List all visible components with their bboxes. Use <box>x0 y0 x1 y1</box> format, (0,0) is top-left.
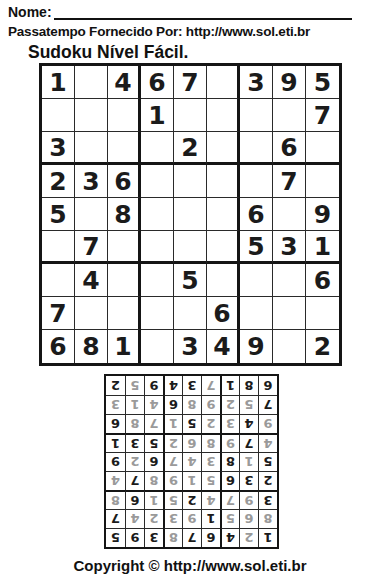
cell-r7c7[interactable] <box>240 264 273 297</box>
cell-r2c8[interactable] <box>273 99 306 132</box>
cell-r8c4[interactable] <box>141 297 174 330</box>
cell-r5c3: 8 <box>108 198 141 231</box>
cell-r5c5[interactable] <box>174 198 207 231</box>
cell-r6c8: 3 <box>273 231 306 264</box>
cell-r8c3[interactable] <box>108 297 141 330</box>
solution-cell-r7c2: 4 <box>239 414 258 433</box>
cell-r5c9: 9 <box>306 198 339 231</box>
cell-r2c4: 1 <box>141 99 174 132</box>
solution-cell-r6c2: 7 <box>239 433 258 452</box>
solution-cell-r8c6: 6 <box>163 395 182 414</box>
solution-cell-r9c2: 8 <box>239 376 258 395</box>
solution-cell-r3c1: 3 <box>258 490 277 509</box>
solution-cell-r3c6: 5 <box>163 490 182 509</box>
cell-r6c7: 5 <box>240 231 273 264</box>
cell-r5c1: 5 <box>42 198 75 231</box>
solution-cell-r7c1: 9 <box>258 414 277 433</box>
cell-r8c6: 6 <box>207 297 240 330</box>
solution-cell-r9c9: 2 <box>106 376 125 395</box>
cell-r5c2[interactable] <box>75 198 108 231</box>
cell-r5c8[interactable] <box>273 198 306 231</box>
cell-r8c5[interactable] <box>174 297 207 330</box>
cell-r9c3: 1 <box>108 330 141 363</box>
solution-cell-r4c5: 1 <box>182 471 201 490</box>
cell-r2c6[interactable] <box>207 99 240 132</box>
cell-r2c3[interactable] <box>108 99 141 132</box>
solution-cell-r4c9: 4 <box>106 471 125 490</box>
cell-r8c2[interactable] <box>75 297 108 330</box>
cell-r5c6[interactable] <box>207 198 240 231</box>
solution-cell-r3c5: 2 <box>182 490 201 509</box>
cell-r1c1: 1 <box>42 66 75 99</box>
cell-r7c3[interactable] <box>108 264 141 297</box>
cell-r6c9: 1 <box>306 231 339 264</box>
solution-cell-r2c1: 8 <box>258 509 277 528</box>
name-label: Nome: <box>8 4 52 20</box>
solution-cell-r6c1: 4 <box>258 433 277 452</box>
solution-cell-r4c6: 9 <box>163 471 182 490</box>
cell-r3c2[interactable] <box>75 132 108 165</box>
solution-cell-r1c6: 8 <box>163 528 182 547</box>
cell-r4c5[interactable] <box>174 165 207 198</box>
solution-cell-r8c7: 4 <box>144 395 163 414</box>
solution-cell-r8c4: 9 <box>201 395 220 414</box>
solution-cell-r4c1: 2 <box>258 471 277 490</box>
solution-cell-r6c8: 3 <box>125 433 144 452</box>
cell-r1c6[interactable] <box>207 66 240 99</box>
solution-cell-r5c7: 6 <box>144 452 163 471</box>
solution-cell-r3c7: 1 <box>144 490 163 509</box>
solution-cell-r2c4: 1 <box>201 509 220 528</box>
cell-r1c8: 9 <box>273 66 306 99</box>
solution-cell-r8c1: 7 <box>258 395 277 414</box>
page-title: Sudoku Nível Fácil. <box>28 42 188 63</box>
cell-r2c1[interactable] <box>42 99 75 132</box>
solution-cell-r2c3: 5 <box>220 509 239 528</box>
cell-r3c5: 2 <box>174 132 207 165</box>
cell-r2c9: 7 <box>306 99 339 132</box>
solution-cell-r2c6: 3 <box>163 509 182 528</box>
cell-r7c4[interactable] <box>141 264 174 297</box>
cell-r6c5[interactable] <box>174 231 207 264</box>
cell-r1c5: 7 <box>174 66 207 99</box>
solution-cell-r7c4: 2 <box>201 414 220 433</box>
solution-cell-r9c8: 5 <box>125 376 144 395</box>
cell-r1c3: 4 <box>108 66 141 99</box>
cell-r9c6: 4 <box>207 330 240 363</box>
solution-cell-r7c9: 6 <box>106 414 125 433</box>
solution-cell-r4c7: 8 <box>144 471 163 490</box>
solution-cell-r8c9: 3 <box>106 395 125 414</box>
solution-cell-r7c6: 1 <box>163 414 182 433</box>
main-sudoku-grid: 146739517326236758697531456766813492 <box>39 63 342 366</box>
solution-grid-rotated: 1246783958651932473974251682365198745183… <box>104 374 279 549</box>
solution-cell-r6c7: 5 <box>144 433 163 452</box>
solution-cell-r4c3: 6 <box>220 471 239 490</box>
cell-r4c3: 6 <box>108 165 141 198</box>
cell-r9c2: 8 <box>75 330 108 363</box>
cell-r7c5: 5 <box>174 264 207 297</box>
solution-cell-r1c3: 4 <box>220 528 239 547</box>
solution-cell-r1c2: 2 <box>239 528 258 547</box>
cell-r9c5: 3 <box>174 330 207 363</box>
solution-cell-r4c2: 3 <box>239 471 258 490</box>
cell-r6c1[interactable] <box>42 231 75 264</box>
cell-r1c2[interactable] <box>75 66 108 99</box>
cell-r3c1: 3 <box>42 132 75 165</box>
cell-r8c9[interactable] <box>306 297 339 330</box>
cell-r6c2: 7 <box>75 231 108 264</box>
solution-cell-r8c2: 5 <box>239 395 258 414</box>
solution-cell-r3c8: 6 <box>125 490 144 509</box>
solution-cell-r5c6: 7 <box>163 452 182 471</box>
solution-cell-r1c7: 3 <box>144 528 163 547</box>
solution-cell-r4c8: 7 <box>125 471 144 490</box>
solution-cell-r3c3: 7 <box>220 490 239 509</box>
cell-r4c2: 3 <box>75 165 108 198</box>
cell-r6c3[interactable] <box>108 231 141 264</box>
solution-cell-r5c4: 3 <box>201 452 220 471</box>
cell-r3c6[interactable] <box>207 132 240 165</box>
cell-r9c4[interactable] <box>141 330 174 363</box>
cell-r9c7: 9 <box>240 330 273 363</box>
solution-cell-r9c5: 3 <box>182 376 201 395</box>
solution-cell-r2c2: 6 <box>239 509 258 528</box>
cell-r7c9: 6 <box>306 264 339 297</box>
solution-cell-r9c6: 4 <box>163 376 182 395</box>
solution-cell-r7c3: 3 <box>220 414 239 433</box>
cell-r8c1: 7 <box>42 297 75 330</box>
solution-cell-r2c7: 2 <box>144 509 163 528</box>
cell-r3c4[interactable] <box>141 132 174 165</box>
cell-r4c1: 2 <box>42 165 75 198</box>
cell-r7c6[interactable] <box>207 264 240 297</box>
cell-r9c9: 2 <box>306 330 339 363</box>
solution-cell-r6c5: 6 <box>182 433 201 452</box>
solution-cell-r7c8: 8 <box>125 414 144 433</box>
solution-cell-r8c8: 1 <box>125 395 144 414</box>
solution-cell-r5c1: 5 <box>258 452 277 471</box>
solution-cell-r5c8: 2 <box>125 452 144 471</box>
cell-r4c4[interactable] <box>141 165 174 198</box>
solution-cell-r1c1: 1 <box>258 528 277 547</box>
solution-cell-r6c4: 8 <box>201 433 220 452</box>
cell-r3c3[interactable] <box>108 132 141 165</box>
solution-cell-r5c2: 1 <box>239 452 258 471</box>
solution-cell-r7c7: 7 <box>144 414 163 433</box>
cell-r4c7[interactable] <box>240 165 273 198</box>
cell-r1c7: 3 <box>240 66 273 99</box>
solution-cell-r9c7: 9 <box>144 376 163 395</box>
cell-r2c5[interactable] <box>174 99 207 132</box>
cell-r7c1[interactable] <box>42 264 75 297</box>
solution-cell-r1c8: 9 <box>125 528 144 547</box>
cell-r8c8[interactable] <box>273 297 306 330</box>
cell-r8c7[interactable] <box>240 297 273 330</box>
solution-cell-r2c5: 9 <box>182 509 201 528</box>
name-row: Nome: <box>8 4 352 20</box>
solution-cell-r3c2: 9 <box>239 490 258 509</box>
cell-r4c9[interactable] <box>306 165 339 198</box>
solution-cell-r4c4: 5 <box>201 471 220 490</box>
cell-r4c6[interactable] <box>207 165 240 198</box>
solution-cell-r6c9: 1 <box>106 433 125 452</box>
solution-cell-r1c4: 6 <box>201 528 220 547</box>
solution-cell-r3c9: 8 <box>106 490 125 509</box>
cell-r9c1: 6 <box>42 330 75 363</box>
cell-r2c7[interactable] <box>240 99 273 132</box>
solution-cell-r5c3: 8 <box>220 452 239 471</box>
cell-r2c2[interactable] <box>75 99 108 132</box>
solution-cell-r5c9: 9 <box>106 452 125 471</box>
solution-cell-r2c9: 7 <box>106 509 125 528</box>
solution-cell-r9c1: 6 <box>258 376 277 395</box>
cell-r6c6[interactable] <box>207 231 240 264</box>
solution-cell-r6c3: 9 <box>220 433 239 452</box>
solution-cell-r1c9: 5 <box>106 528 125 547</box>
solution-cell-r3c4: 4 <box>201 490 220 509</box>
cell-r7c2: 4 <box>75 264 108 297</box>
solution-cell-r8c5: 8 <box>182 395 201 414</box>
cell-r5c4[interactable] <box>141 198 174 231</box>
solution-cell-r2c8: 4 <box>125 509 144 528</box>
solution-cell-r5c5: 4 <box>182 452 201 471</box>
cell-r7c8[interactable] <box>273 264 306 297</box>
cell-r5c7: 6 <box>240 198 273 231</box>
solution-cell-r7c5: 5 <box>182 414 201 433</box>
copyright-text: Copyright © http://www.sol.eti.br <box>0 557 380 574</box>
cell-r3c7[interactable] <box>240 132 273 165</box>
cell-r9c8[interactable] <box>273 330 306 363</box>
cell-r4c8: 7 <box>273 165 306 198</box>
cell-r1c9: 5 <box>306 66 339 99</box>
solution-cell-r6c6: 2 <box>163 433 182 452</box>
cell-r6c4[interactable] <box>141 231 174 264</box>
cell-r3c8: 6 <box>273 132 306 165</box>
solution-cell-r9c3: 1 <box>220 376 239 395</box>
solution-cell-r9c4: 7 <box>201 376 220 395</box>
solution-cell-r8c3: 2 <box>220 395 239 414</box>
provided-by-text: Passatempo Fornecido Por: http://www.sol… <box>8 24 310 39</box>
cell-r3c9[interactable] <box>306 132 339 165</box>
solution-cell-r1c5: 7 <box>182 528 201 547</box>
name-underline <box>54 6 352 20</box>
cell-r1c4: 6 <box>141 66 174 99</box>
